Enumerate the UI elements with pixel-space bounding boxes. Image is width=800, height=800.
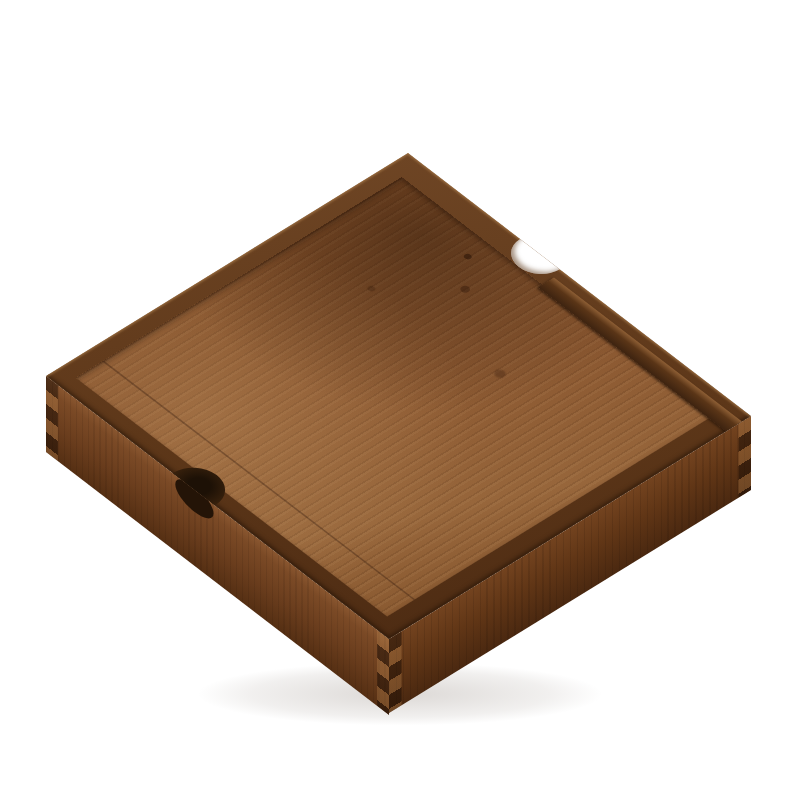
product-photo-stage xyxy=(0,0,800,800)
pegs-layer xyxy=(0,0,800,800)
